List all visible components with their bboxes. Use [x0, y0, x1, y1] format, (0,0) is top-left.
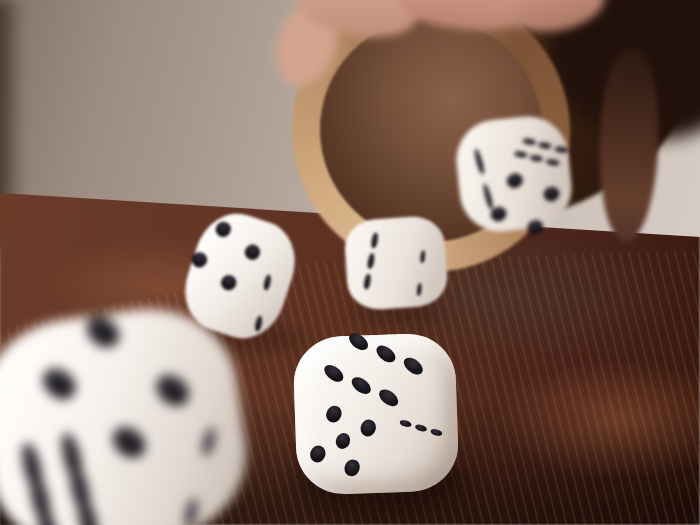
die-4 — [295, 335, 457, 493]
die-3 — [346, 218, 446, 308]
die-5 — [458, 118, 570, 230]
die-1 — [0, 314, 242, 525]
dice-roll-photo — [0, 0, 700, 525]
